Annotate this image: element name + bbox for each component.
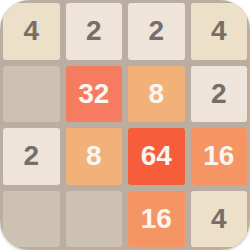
tile-32-r2c2: 32 [66,66,123,123]
tile-16-r3c4: 16 [191,128,248,185]
tile-2-r2c4: 2 [191,66,248,123]
empty-cell-r4c1 [3,191,60,248]
tile-16-r4c3: 16 [128,191,185,248]
tile-4-r1c1: 4 [3,3,60,60]
tile-2-r3c1: 2 [3,128,60,185]
tile-64-r3c3: 64 [128,128,185,185]
empty-cell-r4c2 [66,191,123,248]
tile-2-r1c3: 2 [128,3,185,60]
tile-2-r1c2: 2 [66,3,123,60]
game-2048-app-icon: 42243282286416164 [0,0,250,250]
tile-8-r2c3: 8 [128,66,185,123]
empty-cell-r2c1 [3,66,60,123]
tile-4-r4c4: 4 [191,191,248,248]
tile-8-r3c2: 8 [66,128,123,185]
board-grid[interactable]: 42243282286416164 [0,0,250,250]
tile-4-r1c4: 4 [191,3,248,60]
